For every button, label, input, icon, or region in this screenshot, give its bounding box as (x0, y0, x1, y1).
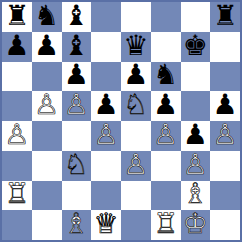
square-f6[interactable]: ♞ (151, 62, 181, 92)
square-d2[interactable] (91, 181, 121, 211)
square-e1[interactable] (121, 210, 151, 240)
square-b2[interactable] (32, 181, 62, 211)
square-d3[interactable] (91, 151, 121, 181)
piece-white-pawn[interactable]: ♙ (34, 91, 59, 119)
piece-black-pawn[interactable]: ♟ (153, 91, 178, 119)
piece-black-bishop[interactable]: ♝ (64, 32, 89, 60)
square-c3[interactable]: ♘ (62, 151, 92, 181)
piece-white-rook[interactable]: ♖ (153, 210, 178, 238)
square-g1[interactable]: ♔ (181, 210, 211, 240)
square-e6[interactable]: ♟ (121, 62, 151, 92)
piece-black-pawn[interactable]: ♟ (123, 61, 148, 89)
piece-white-bishop[interactable]: ♗ (183, 180, 208, 208)
piece-white-knight[interactable]: ♘ (123, 91, 148, 119)
piece-black-queen[interactable]: ♛ (123, 32, 148, 60)
square-g2[interactable]: ♗ (181, 181, 211, 211)
piece-white-queen[interactable]: ♕ (94, 210, 119, 238)
piece-black-pawn[interactable]: ♟ (34, 32, 59, 60)
square-d5[interactable]: ♟ (91, 91, 121, 121)
square-d8[interactable] (91, 2, 121, 32)
square-c7[interactable]: ♝ (62, 32, 92, 62)
square-a3[interactable] (2, 151, 32, 181)
chess-board: ♜♞♝♜♟♟♝♛♚♟♟♞♙♙♟♘♟♟♙♙♙♟♙♘♙♙♖♗♗♕♖♔ (2, 2, 240, 240)
square-g7[interactable]: ♚ (181, 32, 211, 62)
square-g6[interactable] (181, 62, 211, 92)
square-e3[interactable]: ♙ (121, 151, 151, 181)
square-h5[interactable]: ♟ (210, 91, 240, 121)
square-c2[interactable] (62, 181, 92, 211)
piece-black-knight[interactable]: ♞ (34, 2, 59, 30)
piece-white-pawn[interactable]: ♙ (94, 121, 119, 149)
square-b8[interactable]: ♞ (32, 2, 62, 32)
square-d7[interactable] (91, 32, 121, 62)
square-f5[interactable]: ♟ (151, 91, 181, 121)
piece-white-pawn[interactable]: ♙ (64, 91, 89, 119)
square-e8[interactable] (121, 2, 151, 32)
square-b7[interactable]: ♟ (32, 32, 62, 62)
square-c4[interactable] (62, 121, 92, 151)
piece-black-pawn[interactable]: ♟ (183, 121, 208, 149)
square-f1[interactable]: ♖ (151, 210, 181, 240)
square-g3[interactable]: ♙ (181, 151, 211, 181)
piece-black-pawn[interactable]: ♟ (4, 32, 29, 60)
square-h6[interactable] (210, 62, 240, 92)
square-f8[interactable] (151, 2, 181, 32)
piece-white-pawn[interactable]: ♙ (183, 151, 208, 179)
square-d4[interactable]: ♙ (91, 121, 121, 151)
square-f4[interactable]: ♙ (151, 121, 181, 151)
square-h3[interactable] (210, 151, 240, 181)
square-e7[interactable]: ♛ (121, 32, 151, 62)
piece-white-king[interactable]: ♔ (183, 210, 208, 238)
square-d6[interactable] (91, 62, 121, 92)
square-a7[interactable]: ♟ (2, 32, 32, 62)
square-g8[interactable] (181, 2, 211, 32)
square-c8[interactable]: ♝ (62, 2, 92, 32)
square-b6[interactable] (32, 62, 62, 92)
square-b4[interactable] (32, 121, 62, 151)
piece-white-rook[interactable]: ♖ (4, 180, 29, 208)
piece-black-pawn[interactable]: ♟ (64, 61, 89, 89)
square-f7[interactable] (151, 32, 181, 62)
piece-black-king[interactable]: ♚ (183, 32, 208, 60)
square-a2[interactable]: ♖ (2, 181, 32, 211)
square-d1[interactable]: ♕ (91, 210, 121, 240)
piece-white-bishop[interactable]: ♗ (64, 210, 89, 238)
square-a8[interactable]: ♜ (2, 2, 32, 32)
square-a5[interactable] (2, 91, 32, 121)
square-h2[interactable] (210, 181, 240, 211)
square-b5[interactable]: ♙ (32, 91, 62, 121)
piece-black-bishop[interactable]: ♝ (64, 2, 89, 30)
square-h1[interactable] (210, 210, 240, 240)
square-a4[interactable]: ♙ (2, 121, 32, 151)
piece-white-knight[interactable]: ♘ (64, 151, 89, 179)
piece-white-pawn[interactable]: ♙ (213, 121, 238, 149)
piece-white-pawn[interactable]: ♙ (4, 121, 29, 149)
square-f3[interactable] (151, 151, 181, 181)
square-c6[interactable]: ♟ (62, 62, 92, 92)
piece-black-rook[interactable]: ♜ (4, 2, 29, 30)
square-h8[interactable]: ♜ (210, 2, 240, 32)
square-b1[interactable] (32, 210, 62, 240)
square-c5[interactable]: ♙ (62, 91, 92, 121)
square-h7[interactable] (210, 32, 240, 62)
piece-black-pawn[interactable]: ♟ (213, 91, 238, 119)
piece-black-knight[interactable]: ♞ (153, 61, 178, 89)
piece-white-pawn[interactable]: ♙ (153, 121, 178, 149)
square-g4[interactable]: ♟ (181, 121, 211, 151)
square-h4[interactable]: ♙ (210, 121, 240, 151)
square-e4[interactable] (121, 121, 151, 151)
square-g5[interactable] (181, 91, 211, 121)
piece-white-pawn[interactable]: ♙ (123, 151, 148, 179)
square-c1[interactable]: ♗ (62, 210, 92, 240)
chess-board-frame: ♜♞♝♜♟♟♝♛♚♟♟♞♙♙♟♘♟♟♙♙♙♟♙♘♙♙♖♗♗♕♖♔ (0, 0, 242, 242)
square-e5[interactable]: ♘ (121, 91, 151, 121)
square-a6[interactable] (2, 62, 32, 92)
square-e2[interactable] (121, 181, 151, 211)
piece-black-pawn[interactable]: ♟ (94, 91, 119, 119)
piece-black-rook[interactable]: ♜ (213, 2, 238, 30)
square-f2[interactable] (151, 181, 181, 211)
square-b3[interactable] (32, 151, 62, 181)
square-a1[interactable] (2, 210, 32, 240)
